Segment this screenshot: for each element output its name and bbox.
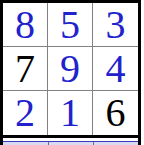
next-row-top-edge [3,141,138,145]
cell-r2c3[interactable]: 4 [93,47,138,91]
cell-r1c1[interactable]: 8 [3,3,48,47]
cell-r1c3[interactable]: 3 [93,3,138,47]
next-row-cell-separator [48,142,49,145]
cell-r1c2[interactable]: 5 [48,3,93,47]
cell-r3c1[interactable]: 2 [3,91,48,135]
next-row-cell-separator [93,142,94,145]
cropped-next-row-strip [0,138,141,145]
cell-r3c3[interactable]: 6 [93,91,138,135]
sudoku-box-screenshot: 8 5 3 7 9 4 2 1 6 [0,0,144,145]
cell-r2c2[interactable]: 9 [48,47,93,91]
cell-r3c2[interactable]: 1 [48,91,93,135]
cell-r2c1[interactable]: 7 [3,47,48,91]
sudoku-3x3-box: 8 5 3 7 9 4 2 1 6 [0,0,141,138]
